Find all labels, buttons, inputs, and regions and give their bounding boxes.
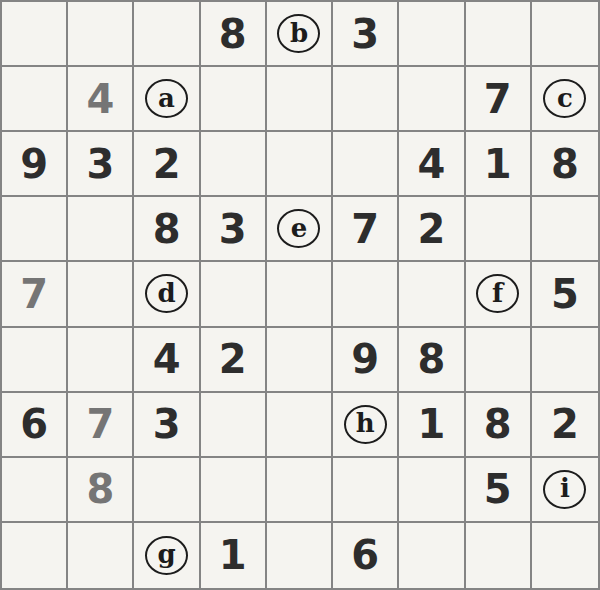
cell-r5c6	[333, 262, 399, 327]
given-digit-9: 9	[351, 339, 379, 379]
cell-r7c6: h	[333, 393, 399, 458]
given-digit-2: 2	[219, 339, 247, 379]
cell-r5c8: f	[466, 262, 532, 327]
cell-r9c5	[267, 523, 333, 588]
cell-r6c5	[267, 328, 333, 393]
cell-r7c1: 6	[2, 393, 68, 458]
cell-r2c5	[267, 67, 333, 132]
circled-letter-e: e	[277, 209, 320, 248]
cell-r8c5	[267, 458, 333, 523]
given-digit-9: 9	[20, 144, 48, 184]
given-digit-8: 8	[219, 14, 247, 54]
circled-letter-b: b	[277, 14, 320, 53]
cell-r4c5: e	[267, 197, 333, 262]
given-digit-7: 7	[484, 79, 512, 119]
given-digit-1: 1	[219, 535, 247, 575]
cell-r4c9	[532, 197, 598, 262]
cell-r5c5	[267, 262, 333, 327]
circled-letter-h: h	[344, 405, 387, 444]
cell-r3c5	[267, 132, 333, 197]
given-digit-4: 4	[153, 339, 181, 379]
cell-r8c3	[134, 458, 200, 523]
cell-r5c9: 5	[532, 262, 598, 327]
cell-r9c2	[68, 523, 134, 588]
cell-r1c4: 8	[201, 2, 267, 67]
cell-r4c4: 3	[201, 197, 267, 262]
cell-r1c2	[68, 2, 134, 67]
cell-r8c2: 8	[68, 458, 134, 523]
cell-r5c4	[201, 262, 267, 327]
cell-r7c7: 1	[399, 393, 465, 458]
cell-r8c8: 5	[466, 458, 532, 523]
given-digit-8: 8	[153, 209, 181, 249]
cell-r8c1	[2, 458, 68, 523]
cell-r3c7: 4	[399, 132, 465, 197]
cell-r8c9: i	[532, 458, 598, 523]
given-digit-6: 6	[20, 404, 48, 444]
cell-r8c4	[201, 458, 267, 523]
cell-r7c3: 3	[134, 393, 200, 458]
cell-r3c4	[201, 132, 267, 197]
cell-r9c1	[2, 523, 68, 588]
given-digit-2: 2	[551, 404, 579, 444]
cell-r4c8	[466, 197, 532, 262]
given-digit-4: 4	[418, 144, 446, 184]
cell-r6c6: 9	[333, 328, 399, 393]
cell-r2c9: c	[532, 67, 598, 132]
cell-r2c3: a	[134, 67, 200, 132]
cell-r3c8: 1	[466, 132, 532, 197]
cell-r6c4: 2	[201, 328, 267, 393]
cell-r6c3: 4	[134, 328, 200, 393]
given-digit-8: 8	[418, 339, 446, 379]
sudoku-board: 8b34a7c93241883e727df54298673h18285ig16	[0, 0, 600, 590]
cell-r3c6	[333, 132, 399, 197]
cell-r7c9: 2	[532, 393, 598, 458]
cell-r7c8: 8	[466, 393, 532, 458]
cell-r5c3: d	[134, 262, 200, 327]
cell-r1c1	[2, 2, 68, 67]
cell-r8c6	[333, 458, 399, 523]
cell-r2c4	[201, 67, 267, 132]
given-digit-8: 8	[86, 469, 114, 509]
cell-r1c7	[399, 2, 465, 67]
cell-r6c7: 8	[399, 328, 465, 393]
circled-letter-c: c	[543, 79, 586, 118]
cell-r8c7	[399, 458, 465, 523]
cell-r2c8: 7	[466, 67, 532, 132]
cell-r9c6: 6	[333, 523, 399, 588]
given-digit-2: 2	[153, 144, 181, 184]
cell-r5c1: 7	[2, 262, 68, 327]
cell-r4c7: 2	[399, 197, 465, 262]
given-digit-8: 8	[551, 144, 579, 184]
cell-r9c3: g	[134, 523, 200, 588]
cell-r5c2	[68, 262, 134, 327]
cell-r2c6	[333, 67, 399, 132]
cell-r4c1	[2, 197, 68, 262]
given-digit-3: 3	[219, 209, 247, 249]
given-digit-1: 1	[484, 144, 512, 184]
given-digit-4: 4	[86, 79, 114, 119]
given-digit-8: 8	[484, 404, 512, 444]
cell-r4c3: 8	[134, 197, 200, 262]
circled-letter-d: d	[145, 274, 188, 313]
given-digit-7: 7	[86, 404, 114, 444]
given-digit-5: 5	[551, 274, 579, 314]
cell-r1c3	[134, 2, 200, 67]
cell-r2c2: 4	[68, 67, 134, 132]
cell-r9c9	[532, 523, 598, 588]
cell-r9c7	[399, 523, 465, 588]
cell-r3c1: 9	[2, 132, 68, 197]
given-digit-6: 6	[351, 535, 379, 575]
cell-r3c9: 8	[532, 132, 598, 197]
cell-r3c2: 3	[68, 132, 134, 197]
circled-letter-i: i	[543, 470, 586, 509]
given-digit-2: 2	[418, 209, 446, 249]
cell-r7c4	[201, 393, 267, 458]
circled-letter-a: a	[145, 79, 188, 118]
circled-letter-g: g	[145, 536, 188, 575]
cell-r3c3: 2	[134, 132, 200, 197]
cell-r6c2	[68, 328, 134, 393]
cell-r1c5: b	[267, 2, 333, 67]
given-digit-7: 7	[20, 274, 48, 314]
cell-r2c7	[399, 67, 465, 132]
cell-r1c6: 3	[333, 2, 399, 67]
cell-r7c2: 7	[68, 393, 134, 458]
cell-r6c8	[466, 328, 532, 393]
given-digit-3: 3	[153, 404, 181, 444]
cell-r9c4: 1	[201, 523, 267, 588]
cell-r2c1	[2, 67, 68, 132]
cell-r6c1	[2, 328, 68, 393]
given-digit-3: 3	[86, 144, 114, 184]
circled-letter-f: f	[476, 274, 519, 313]
given-digit-3: 3	[351, 14, 379, 54]
cell-r4c2	[68, 197, 134, 262]
cell-r9c8	[466, 523, 532, 588]
given-digit-1: 1	[418, 404, 446, 444]
given-digit-7: 7	[351, 209, 379, 249]
cell-r5c7	[399, 262, 465, 327]
cell-r6c9	[532, 328, 598, 393]
given-digit-5: 5	[484, 469, 512, 509]
cell-r4c6: 7	[333, 197, 399, 262]
cell-r1c9	[532, 2, 598, 67]
cell-r7c5	[267, 393, 333, 458]
cell-r1c8	[466, 2, 532, 67]
